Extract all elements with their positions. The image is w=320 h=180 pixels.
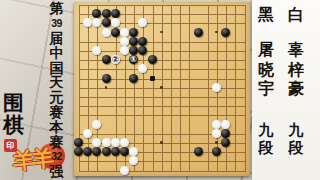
go-board: ①② xyxy=(74,2,250,176)
white-stone xyxy=(221,120,230,129)
white-stone xyxy=(120,46,129,55)
black-stone xyxy=(111,28,120,37)
white-stone xyxy=(212,120,221,129)
white-stone xyxy=(102,138,111,147)
move-number-marker: ① xyxy=(129,55,138,64)
white-stone xyxy=(102,28,111,37)
white-stone xyxy=(111,138,120,147)
black-stone xyxy=(102,9,111,18)
vertical-char: 段 xyxy=(289,139,304,157)
vertical-char: 九 xyxy=(259,121,274,139)
title-char: 元 xyxy=(50,90,64,105)
black-stone xyxy=(194,147,203,156)
title-char: 天 xyxy=(50,75,64,90)
title-char: 32 xyxy=(51,149,62,164)
white-label: 白 xyxy=(286,5,306,26)
title-char: 39 xyxy=(51,16,62,31)
title-char: 本 xyxy=(50,119,64,134)
title-char: 赛 xyxy=(50,134,64,149)
hoshi-point xyxy=(215,141,218,144)
black-stone xyxy=(102,74,111,83)
logo-char-qi: 棋 xyxy=(3,114,47,136)
vertical-char: 豪 xyxy=(288,79,304,99)
move-number-marker: ② xyxy=(111,55,120,64)
black-label: 黑 xyxy=(256,5,276,26)
vertical-char: 梓 xyxy=(288,60,304,80)
white-player-rank: 九段 xyxy=(286,121,306,156)
title-char: 届 xyxy=(50,31,64,46)
title-char: 赛 xyxy=(50,105,64,120)
black-stone xyxy=(111,9,120,18)
black-stone xyxy=(102,18,111,27)
thumbnail-stage: 第39届中国天元赛本赛32强 围 棋 印 羊羊 ①② 黑 白 屠晓宇 辜梓豪 九… xyxy=(0,0,320,180)
white-stone xyxy=(120,138,129,147)
vertical-char: 段 xyxy=(259,139,274,157)
title-char: 第 xyxy=(50,1,64,16)
white-stone xyxy=(83,129,92,138)
square-marker xyxy=(150,76,155,81)
hoshi-point xyxy=(160,86,163,89)
black-player-name: 屠晓宇 xyxy=(256,40,276,99)
white-stone xyxy=(92,120,101,129)
vertical-char: 晓 xyxy=(258,60,274,80)
vertical-char: 屠 xyxy=(258,40,274,60)
vertical-char: 辜 xyxy=(288,40,304,60)
player-info-panel: 黑 白 屠晓宇 辜梓豪 九段 九段 xyxy=(252,0,320,180)
black-stone xyxy=(111,147,120,156)
white-stone xyxy=(120,37,129,46)
white-stone xyxy=(212,83,221,92)
black-stone xyxy=(148,55,157,64)
white-stone xyxy=(120,166,129,175)
hoshi-point xyxy=(160,141,163,144)
black-stone xyxy=(102,55,111,64)
vertical-char: 九 xyxy=(289,121,304,139)
black-stone xyxy=(102,147,111,156)
black-stone xyxy=(74,138,83,147)
black-stone xyxy=(129,74,138,83)
vertical-char: 宇 xyxy=(258,79,274,99)
logo-char-wei: 围 xyxy=(3,92,47,114)
white-stone xyxy=(212,129,221,138)
channel-watermark-logo: 围 棋 印 羊羊 xyxy=(1,92,47,180)
black-player-rank: 九段 xyxy=(256,121,276,156)
title-char: 国 xyxy=(50,60,64,75)
black-stone xyxy=(221,129,230,138)
gold-banner-text: 羊羊 xyxy=(12,143,53,177)
black-stone xyxy=(129,37,138,46)
white-player-name: 辜梓豪 xyxy=(286,40,306,99)
black-stone xyxy=(221,28,230,37)
white-stone xyxy=(120,28,129,37)
title-char: 中 xyxy=(50,45,64,60)
black-stone xyxy=(194,28,203,37)
black-stone xyxy=(129,28,138,37)
